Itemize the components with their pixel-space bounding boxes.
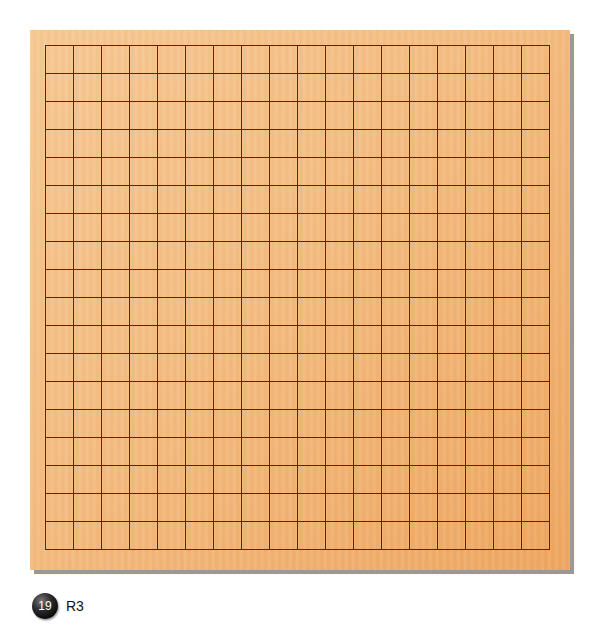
grid-line-vertical [437, 45, 438, 550]
caption-stone-number: 19 [38, 599, 51, 613]
caption-stone-black-19: 19 [32, 593, 58, 619]
grid-line-horizontal [45, 465, 550, 466]
grid-line-vertical [353, 45, 354, 550]
grid-line-vertical [409, 45, 410, 550]
grid-line-vertical [493, 45, 494, 550]
grid-line-vertical [465, 45, 466, 550]
grid-line-horizontal [45, 381, 550, 382]
caption-move-point: R3 [66, 598, 84, 614]
grid-line-vertical [549, 45, 550, 550]
grid-line-vertical [325, 45, 326, 550]
grid-line-vertical [521, 45, 522, 550]
grid-line-horizontal [45, 521, 550, 522]
goban-diagram: 19 R3 [0, 0, 600, 635]
grid-line-horizontal [45, 297, 550, 298]
grid-line-horizontal [45, 325, 550, 326]
grid-line-horizontal [45, 493, 550, 494]
grid-line-horizontal [45, 549, 550, 550]
grid-line-horizontal [45, 353, 550, 354]
grid-line-vertical [381, 45, 382, 550]
grid-line-horizontal [45, 409, 550, 410]
goban[interactable] [30, 30, 570, 570]
grid-line-horizontal [45, 437, 550, 438]
